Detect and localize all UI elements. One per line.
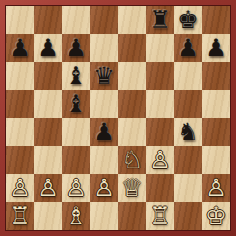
piece-black-pawn[interactable]: ♟: [177, 34, 199, 62]
square-e6[interactable]: [118, 62, 146, 90]
piece-white-knight[interactable]: ♘: [121, 146, 143, 174]
square-h2[interactable]: ♙: [202, 174, 230, 202]
square-e7[interactable]: [118, 34, 146, 62]
square-f7[interactable]: [146, 34, 174, 62]
square-c5[interactable]: ♝: [62, 90, 90, 118]
piece-white-rook[interactable]: ♖: [149, 202, 171, 230]
square-h3[interactable]: [202, 146, 230, 174]
piece-white-pawn[interactable]: ♙: [9, 174, 31, 202]
square-e1[interactable]: [118, 202, 146, 230]
piece-white-bishop[interactable]: ♗: [65, 202, 87, 230]
square-h6[interactable]: [202, 62, 230, 90]
piece-white-king[interactable]: ♔: [205, 202, 227, 230]
square-c3[interactable]: [62, 146, 90, 174]
square-d5[interactable]: [90, 90, 118, 118]
square-c4[interactable]: [62, 118, 90, 146]
piece-white-pawn[interactable]: ♙: [93, 174, 115, 202]
square-e8[interactable]: [118, 6, 146, 34]
square-b1[interactable]: [34, 202, 62, 230]
square-e5[interactable]: [118, 90, 146, 118]
square-d8[interactable]: [90, 6, 118, 34]
square-g2[interactable]: [174, 174, 202, 202]
square-c7[interactable]: ♟: [62, 34, 90, 62]
square-a4[interactable]: [6, 118, 34, 146]
piece-white-pawn[interactable]: ♙: [37, 174, 59, 202]
piece-black-pawn[interactable]: ♟: [93, 118, 115, 146]
square-a2[interactable]: ♙: [6, 174, 34, 202]
piece-white-pawn[interactable]: ♙: [65, 174, 87, 202]
piece-black-bishop[interactable]: ♝: [65, 62, 87, 90]
square-g4[interactable]: ♞: [174, 118, 202, 146]
piece-white-pawn[interactable]: ♙: [205, 174, 227, 202]
board-frame: ♜♚♟♟♟♟♟♝♛♝♟♞♘♙♙♙♙♙♕♙♖♗♖♔: [0, 0, 236, 236]
square-c6[interactable]: ♝: [62, 62, 90, 90]
piece-black-pawn[interactable]: ♟: [205, 34, 227, 62]
square-b4[interactable]: [34, 118, 62, 146]
square-a7[interactable]: ♟: [6, 34, 34, 62]
square-f2[interactable]: [146, 174, 174, 202]
square-a6[interactable]: [6, 62, 34, 90]
square-b8[interactable]: [34, 6, 62, 34]
square-a5[interactable]: [6, 90, 34, 118]
square-d3[interactable]: [90, 146, 118, 174]
square-d7[interactable]: [90, 34, 118, 62]
square-b5[interactable]: [34, 90, 62, 118]
square-a3[interactable]: [6, 146, 34, 174]
square-b2[interactable]: ♙: [34, 174, 62, 202]
board: ♜♚♟♟♟♟♟♝♛♝♟♞♘♙♙♙♙♙♕♙♖♗♖♔: [6, 6, 230, 230]
square-h7[interactable]: ♟: [202, 34, 230, 62]
piece-black-pawn[interactable]: ♟: [9, 34, 31, 62]
square-c1[interactable]: ♗: [62, 202, 90, 230]
square-e3[interactable]: ♘: [118, 146, 146, 174]
piece-white-queen[interactable]: ♕: [121, 174, 143, 202]
square-h8[interactable]: [202, 6, 230, 34]
square-f4[interactable]: [146, 118, 174, 146]
square-a8[interactable]: [6, 6, 34, 34]
square-a1[interactable]: ♖: [6, 202, 34, 230]
square-b6[interactable]: [34, 62, 62, 90]
square-g3[interactable]: [174, 146, 202, 174]
piece-black-queen[interactable]: ♛: [93, 62, 115, 90]
piece-black-rook[interactable]: ♜: [149, 6, 171, 34]
piece-black-king[interactable]: ♚: [177, 6, 199, 34]
piece-black-pawn[interactable]: ♟: [65, 34, 87, 62]
piece-white-rook[interactable]: ♖: [9, 202, 31, 230]
square-b3[interactable]: [34, 146, 62, 174]
square-f5[interactable]: [146, 90, 174, 118]
square-d4[interactable]: ♟: [90, 118, 118, 146]
piece-white-pawn[interactable]: ♙: [149, 146, 171, 174]
square-d6[interactable]: ♛: [90, 62, 118, 90]
square-g8[interactable]: ♚: [174, 6, 202, 34]
square-f1[interactable]: ♖: [146, 202, 174, 230]
square-g1[interactable]: [174, 202, 202, 230]
square-b7[interactable]: ♟: [34, 34, 62, 62]
square-g5[interactable]: [174, 90, 202, 118]
piece-black-bishop[interactable]: ♝: [65, 90, 87, 118]
square-g7[interactable]: ♟: [174, 34, 202, 62]
square-f3[interactable]: ♙: [146, 146, 174, 174]
piece-black-pawn[interactable]: ♟: [37, 34, 59, 62]
square-d1[interactable]: [90, 202, 118, 230]
square-c2[interactable]: ♙: [62, 174, 90, 202]
square-e2[interactable]: ♕: [118, 174, 146, 202]
piece-black-knight[interactable]: ♞: [177, 118, 199, 146]
square-c8[interactable]: [62, 6, 90, 34]
square-e4[interactable]: [118, 118, 146, 146]
square-h1[interactable]: ♔: [202, 202, 230, 230]
square-f8[interactable]: ♜: [146, 6, 174, 34]
square-h5[interactable]: [202, 90, 230, 118]
square-f6[interactable]: [146, 62, 174, 90]
square-h4[interactable]: [202, 118, 230, 146]
square-g6[interactable]: [174, 62, 202, 90]
square-d2[interactable]: ♙: [90, 174, 118, 202]
